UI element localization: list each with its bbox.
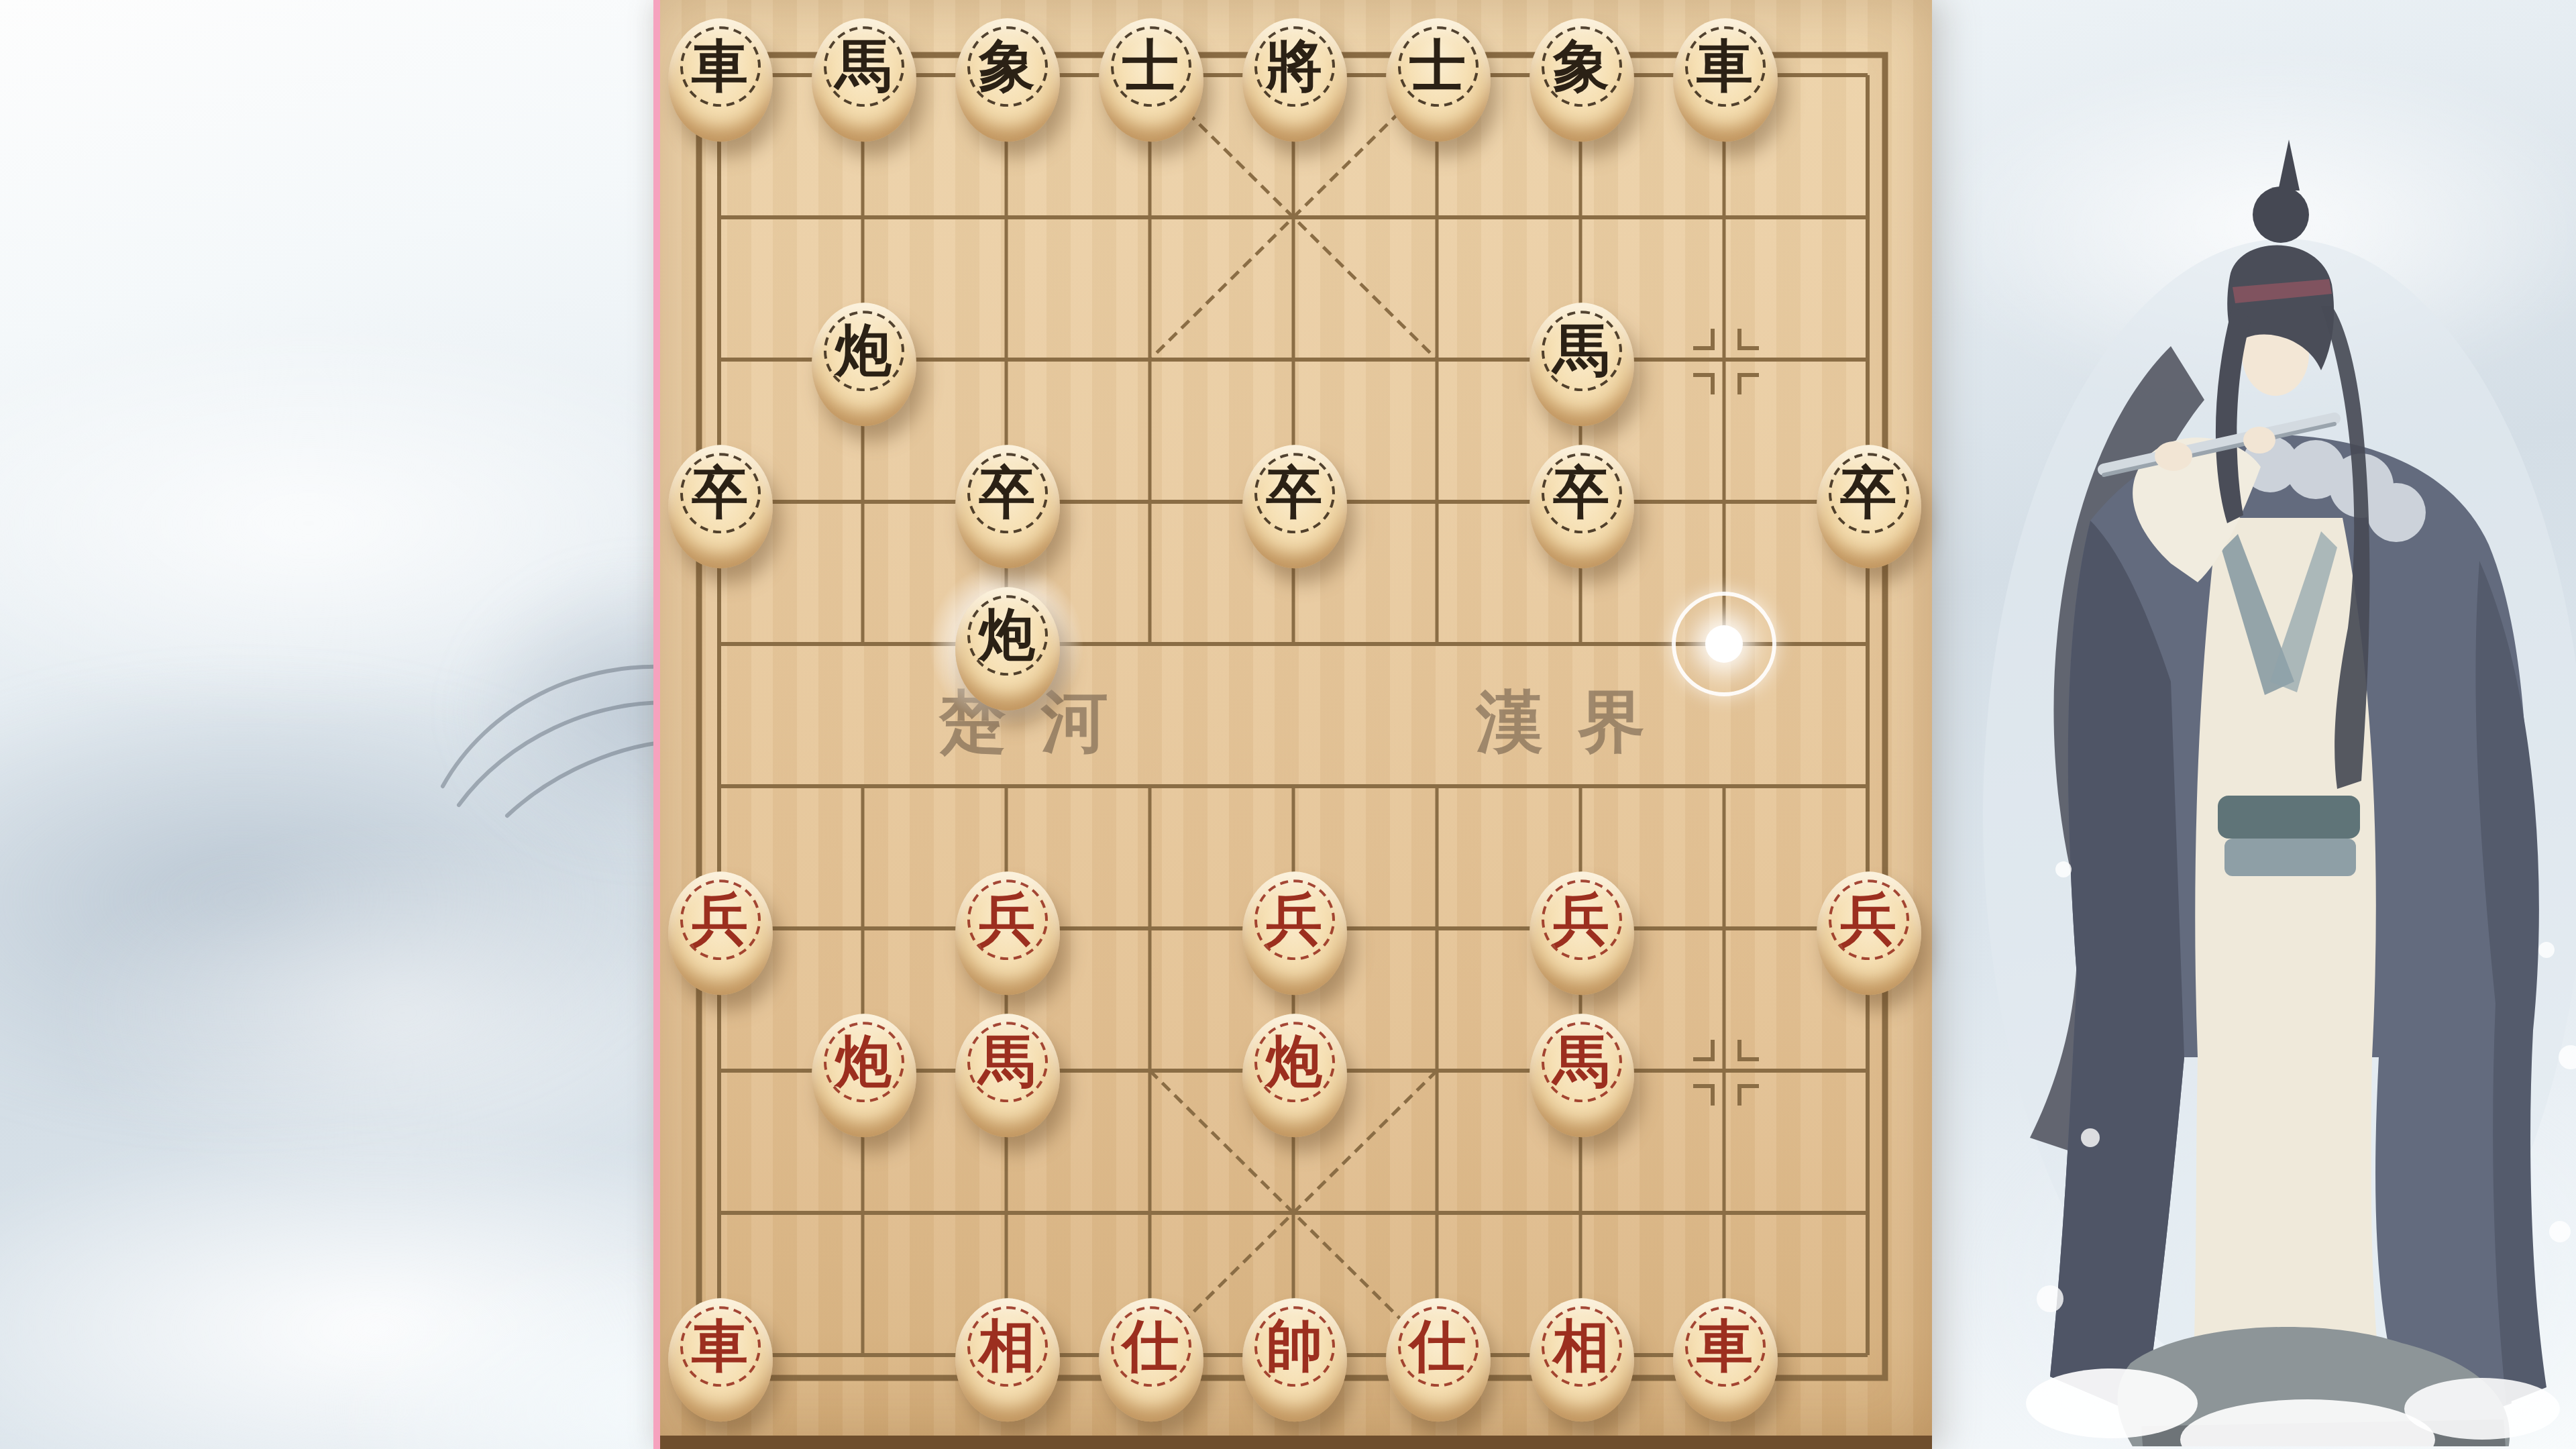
board-point[interactable] <box>1653 431 1796 573</box>
piece-red-pawn[interactable]: 兵 <box>1529 871 1633 995</box>
piece-red-cannon[interactable]: 炮 <box>1242 1014 1346 1137</box>
board-point[interactable]: 兵 <box>648 857 792 1000</box>
hand <box>2243 427 2275 453</box>
piece-glyph: 仕 <box>1397 1306 1478 1387</box>
piece-glyph: 士 <box>1110 26 1191 107</box>
board-point-grid: 車 馬 象 士 將 士 象 車 炮 馬 卒 卒 <box>648 4 1940 1426</box>
piece-glyph: 車 <box>680 26 760 107</box>
board-point[interactable] <box>935 1142 1079 1284</box>
piece-glyph: 卒 <box>1254 453 1334 533</box>
piece-glyph: 將 <box>1254 26 1334 107</box>
piece-glyph: 炮 <box>823 311 904 391</box>
piece-black-cannon[interactable]: 炮 <box>955 587 1059 710</box>
board-point[interactable]: 卒 <box>935 431 1079 573</box>
board-point[interactable]: 仕 <box>1079 1284 1222 1426</box>
board-point[interactable] <box>1796 1284 1940 1426</box>
piece-glyph: 炮 <box>823 1022 904 1102</box>
piece-glyph: 馬 <box>1541 1022 1621 1102</box>
board-point[interactable]: 帥 <box>1222 1284 1366 1426</box>
board-point[interactable] <box>1079 715 1222 857</box>
piece-glyph: 相 <box>967 1306 1047 1387</box>
board-point[interactable] <box>1079 288 1222 431</box>
board-point[interactable] <box>792 431 935 573</box>
board-point[interactable] <box>1222 146 1366 288</box>
board-point[interactable] <box>1222 715 1366 857</box>
board-point[interactable] <box>1079 857 1222 1000</box>
board-point[interactable] <box>1079 1142 1222 1284</box>
piece-red-king[interactable]: 帥 <box>1242 1298 1346 1421</box>
piece-glyph: 象 <box>1541 26 1621 107</box>
board-point[interactable] <box>1509 146 1653 288</box>
board-point[interactable] <box>935 146 1079 288</box>
piece-glyph: 象 <box>967 26 1047 107</box>
board-point[interactable] <box>1366 146 1509 288</box>
piece-glyph: 仕 <box>1110 1306 1191 1387</box>
board-point[interactable] <box>1079 573 1222 715</box>
board-point[interactable]: 卒 <box>1222 431 1366 573</box>
piece-glyph: 車 <box>1684 1306 1765 1387</box>
board-point[interactable]: 兵 <box>1796 857 1940 1000</box>
piece-black-cannon[interactable]: 炮 <box>811 303 916 426</box>
board-point[interactable] <box>1509 573 1653 715</box>
board-point[interactable] <box>648 1000 792 1142</box>
board-point[interactable]: 車 <box>648 4 792 146</box>
board-point[interactable]: 相 <box>935 1284 1079 1426</box>
board-point[interactable] <box>1079 431 1222 573</box>
board-point[interactable]: 仕 <box>1366 1284 1509 1426</box>
hand <box>2155 441 2192 471</box>
piece-red-pawn[interactable]: 兵 <box>667 871 772 995</box>
board-point[interactable]: 炮 <box>935 573 1079 715</box>
board-point[interactable] <box>648 146 792 288</box>
piece-black-king[interactable]: 將 <box>1242 18 1346 142</box>
board-point[interactable]: 卒 <box>1796 431 1940 573</box>
piece-red-advisor[interactable]: 仕 <box>1385 1298 1490 1421</box>
board-point[interactable]: 卒 <box>1509 431 1653 573</box>
piece-black-elephant[interactable]: 象 <box>955 18 1059 142</box>
piece-glyph: 馬 <box>967 1022 1047 1102</box>
piece-glyph: 炮 <box>967 595 1047 676</box>
piece-black-elephant[interactable]: 象 <box>1529 18 1633 142</box>
board-point[interactable] <box>1079 146 1222 288</box>
board-point[interactable] <box>1366 431 1509 573</box>
piece-glyph: 兵 <box>967 879 1047 960</box>
piece-black-pawn[interactable]: 卒 <box>955 445 1059 568</box>
piece-glyph: 帥 <box>1254 1306 1334 1387</box>
piece-black-rook[interactable]: 車 <box>1672 18 1777 142</box>
hair-bun <box>2253 186 2309 243</box>
board-point[interactable]: 車 <box>1653 4 1796 146</box>
board-point[interactable] <box>792 857 935 1000</box>
board-point[interactable] <box>1366 288 1509 431</box>
piece-red-advisor[interactable]: 仕 <box>1098 1298 1203 1421</box>
board-point[interactable] <box>1653 146 1796 288</box>
board-point[interactable] <box>1796 146 1940 288</box>
board-point[interactable] <box>1366 857 1509 1000</box>
move-origin-ring <box>1672 592 1776 696</box>
board-point[interactable]: 車 <box>648 1284 792 1426</box>
game-screen: 楚河 漢界 車 馬 象 士 將 士 象 車 炮 馬 <box>0 0 2576 1449</box>
board-point[interactable]: 馬 <box>792 4 935 146</box>
piece-red-cannon[interactable]: 炮 <box>811 1014 916 1137</box>
piece-glyph: 卒 <box>1541 453 1621 533</box>
piece-glyph: 兵 <box>1541 879 1621 960</box>
board-point[interactable]: 炮 <box>1222 1000 1366 1142</box>
piece-glyph: 卒 <box>967 453 1047 533</box>
piece-red-rook[interactable]: 車 <box>667 1298 772 1421</box>
piece-red-horse[interactable]: 馬 <box>1529 1014 1633 1137</box>
board-point[interactable] <box>1222 573 1366 715</box>
board-point[interactable]: 象 <box>1509 4 1653 146</box>
piece-glyph: 馬 <box>1541 311 1621 391</box>
piece-glyph: 車 <box>1684 26 1765 107</box>
board-point[interactable] <box>792 573 935 715</box>
skirt-band <box>2224 839 2356 876</box>
snow-mound <box>2026 1368 2198 1438</box>
piece-red-elephant[interactable]: 相 <box>955 1298 1059 1421</box>
board-left-pink-edge <box>653 0 660 1449</box>
piece-black-rook[interactable]: 車 <box>667 18 772 142</box>
piece-glyph: 兵 <box>1254 879 1334 960</box>
piece-red-pawn[interactable]: 兵 <box>1816 871 1921 995</box>
piece-red-rook[interactable]: 車 <box>1672 1298 1777 1421</box>
board-point[interactable] <box>1366 1000 1509 1142</box>
board-point[interactable] <box>1796 715 1940 857</box>
piece-glyph: 車 <box>680 1306 760 1387</box>
board-point[interactable] <box>1222 1142 1366 1284</box>
hair-spike <box>2278 140 2300 191</box>
board-point[interactable] <box>1222 288 1366 431</box>
board-point[interactable]: 士 <box>1079 4 1222 146</box>
board-point[interactable] <box>1796 288 1940 431</box>
cloud <box>54 832 751 1194</box>
board-point[interactable] <box>1653 1000 1796 1142</box>
board-point[interactable]: 馬 <box>1509 288 1653 431</box>
board-point[interactable] <box>792 1284 935 1426</box>
board-point[interactable] <box>1079 1000 1222 1142</box>
piece-red-horse[interactable]: 馬 <box>955 1014 1059 1137</box>
piece-black-horse[interactable]: 馬 <box>811 18 916 142</box>
snow-mound <box>2404 1378 2560 1440</box>
waist-sash <box>2218 796 2360 839</box>
board-point[interactable] <box>648 288 792 431</box>
piece-black-pawn[interactable]: 卒 <box>1529 445 1633 568</box>
board-point[interactable] <box>1366 573 1509 715</box>
board-point[interactable]: 相 <box>1509 1284 1653 1426</box>
board-point[interactable]: 馬 <box>935 1000 1079 1142</box>
board-point[interactable] <box>935 715 1079 857</box>
board-point[interactable]: 兵 <box>1222 857 1366 1000</box>
board-point[interactable] <box>792 715 935 857</box>
board-point[interactable] <box>1366 1142 1509 1284</box>
board-point[interactable] <box>935 288 1079 431</box>
piece-red-pawn[interactable]: 兵 <box>1242 871 1346 995</box>
board-point[interactable]: 兵 <box>1509 857 1653 1000</box>
board-point[interactable]: 炮 <box>792 288 935 431</box>
piece-glyph: 兵 <box>1828 879 1909 960</box>
board-point[interactable]: 車 <box>1653 1284 1796 1426</box>
piece-glyph: 馬 <box>823 26 904 107</box>
piece-black-pawn[interactable]: 卒 <box>1242 445 1346 568</box>
board-point[interactable] <box>1653 715 1796 857</box>
piece-black-pawn[interactable]: 卒 <box>667 445 772 568</box>
board-point[interactable] <box>648 1142 792 1284</box>
board-point[interactable] <box>1509 1142 1653 1284</box>
piece-glyph: 兵 <box>680 879 760 960</box>
piece-glyph: 炮 <box>1254 1022 1334 1102</box>
board-point[interactable] <box>1509 715 1653 857</box>
board-point[interactable] <box>1653 857 1796 1000</box>
board-point[interactable] <box>792 1142 935 1284</box>
board-point[interactable]: 卒 <box>648 431 792 573</box>
board-point[interactable] <box>1796 1142 1940 1284</box>
board-point[interactable] <box>1796 1000 1940 1142</box>
board-point[interactable]: 兵 <box>935 857 1079 1000</box>
board-point[interactable] <box>1653 1142 1796 1284</box>
board-point[interactable]: 象 <box>935 4 1079 146</box>
board-point[interactable] <box>792 146 935 288</box>
piece-red-elephant[interactable]: 相 <box>1529 1298 1633 1421</box>
board-point[interactable] <box>1366 715 1509 857</box>
piece-black-advisor[interactable]: 士 <box>1385 18 1490 142</box>
flutist-figure-illustration <box>1970 118 2576 1446</box>
piece-glyph: 相 <box>1541 1306 1621 1387</box>
board-point[interactable] <box>648 573 792 715</box>
board-point[interactable] <box>1796 4 1940 146</box>
piece-black-horse[interactable]: 馬 <box>1529 303 1633 426</box>
piece-glyph: 卒 <box>680 453 760 533</box>
piece-red-pawn[interactable]: 兵 <box>955 871 1059 995</box>
board-point[interactable]: 將 <box>1222 4 1366 146</box>
piece-glyph: 士 <box>1397 26 1478 107</box>
board-point[interactable]: 馬 <box>1509 1000 1653 1142</box>
piece-black-advisor[interactable]: 士 <box>1098 18 1203 142</box>
board-bottom-edge <box>660 1436 1932 1449</box>
board-point[interactable]: 炮 <box>792 1000 935 1142</box>
board-point[interactable]: 士 <box>1366 4 1509 146</box>
board-point[interactable] <box>648 715 792 857</box>
piece-glyph: 卒 <box>1828 453 1909 533</box>
board-point[interactable] <box>1653 288 1796 431</box>
piece-black-pawn[interactable]: 卒 <box>1816 445 1921 568</box>
board-point[interactable] <box>1796 573 1940 715</box>
